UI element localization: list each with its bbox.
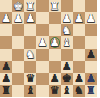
square-b6[interactable] bbox=[73, 61, 85, 73]
square-d6[interactable] bbox=[49, 61, 61, 73]
square-b5[interactable] bbox=[73, 49, 85, 61]
square-g6[interactable] bbox=[12, 61, 24, 73]
square-b3[interactable] bbox=[73, 24, 85, 36]
square-f3[interactable] bbox=[24, 24, 36, 36]
piece-black-pawn[interactable]: ♟ bbox=[50, 73, 60, 84]
square-f6[interactable] bbox=[24, 61, 36, 73]
piece-black-rook[interactable]: ♜ bbox=[86, 85, 96, 96]
square-d7[interactable]: ♟ bbox=[49, 73, 61, 85]
square-d2[interactable] bbox=[49, 12, 61, 24]
square-b2[interactable]: ♟ bbox=[73, 12, 85, 24]
square-c4[interactable]: ♝ bbox=[61, 36, 73, 48]
square-f2[interactable]: ♟ bbox=[24, 12, 36, 24]
square-e8[interactable] bbox=[36, 85, 48, 97]
square-g3[interactable] bbox=[12, 24, 24, 36]
square-f8[interactable]: ♝ bbox=[24, 85, 36, 97]
square-c7[interactable]: ♚ bbox=[61, 73, 73, 85]
piece-black-pawn[interactable]: ♟ bbox=[1, 61, 11, 72]
square-c8[interactable]: ♝ bbox=[61, 85, 73, 97]
piece-black-pawn[interactable]: ♟ bbox=[62, 61, 72, 72]
piece-black-pawn[interactable]: ♟ bbox=[74, 73, 84, 84]
piece-white-knight[interactable]: ♞ bbox=[62, 25, 72, 36]
piece-white-rook[interactable]: ♜ bbox=[25, 1, 35, 12]
piece-white-pawn[interactable]: ♟ bbox=[38, 37, 48, 48]
square-e3[interactable] bbox=[36, 24, 48, 36]
square-h6[interactable]: ♟ bbox=[0, 61, 12, 73]
square-d5[interactable] bbox=[49, 49, 61, 61]
square-b1[interactable] bbox=[73, 0, 85, 12]
square-d1[interactable]: ♜ bbox=[49, 0, 61, 12]
piece-white-pawn[interactable]: ♟ bbox=[1, 13, 11, 24]
square-c1[interactable] bbox=[61, 0, 73, 12]
piece-black-knight[interactable]: ♞ bbox=[74, 85, 84, 96]
square-f7[interactable]: ♛ bbox=[24, 73, 36, 85]
square-h7[interactable]: ♟ bbox=[0, 73, 12, 85]
piece-white-pawn[interactable]: ♟ bbox=[13, 13, 23, 24]
square-h3[interactable] bbox=[0, 24, 12, 36]
square-b8[interactable]: ♞ bbox=[73, 85, 85, 97]
piece-black-rook[interactable]: ♜ bbox=[1, 85, 11, 96]
square-e2[interactable] bbox=[36, 12, 48, 24]
square-g5[interactable] bbox=[12, 49, 24, 61]
piece-black-pawn[interactable]: ♟ bbox=[86, 49, 96, 60]
piece-white-knight[interactable]: ♞ bbox=[25, 49, 35, 60]
piece-black-king[interactable]: ♚ bbox=[62, 73, 72, 84]
square-e5[interactable] bbox=[36, 49, 48, 61]
square-h4[interactable] bbox=[0, 36, 12, 48]
square-c2[interactable]: ♟ bbox=[61, 12, 73, 24]
square-g7[interactable] bbox=[12, 73, 24, 85]
square-f5[interactable]: ♞ bbox=[24, 49, 36, 61]
piece-white-pawn[interactable]: ♟ bbox=[74, 13, 84, 24]
square-g2[interactable]: ♟ bbox=[12, 12, 24, 24]
square-d4[interactable]: ♟ bbox=[49, 36, 61, 48]
square-e4[interactable]: ♟ bbox=[36, 36, 48, 48]
square-h5[interactable] bbox=[0, 49, 12, 61]
piece-black-bishop[interactable]: ♝ bbox=[62, 85, 72, 96]
piece-black-pawn[interactable]: ♟ bbox=[1, 73, 11, 84]
square-f1[interactable]: ♜ bbox=[24, 0, 36, 12]
piece-black-bishop[interactable]: ♝ bbox=[25, 85, 35, 96]
piece-white-rook[interactable]: ♜ bbox=[50, 1, 60, 12]
square-f4[interactable] bbox=[24, 36, 36, 48]
square-b7[interactable]: ♟ bbox=[73, 73, 85, 85]
square-d3[interactable] bbox=[49, 24, 61, 36]
chess-board: ♚♜♜♟♟♟♟♟♟♞♟♟♝♞♟♟♟♟♛♟♚♟♟♜♝♛♝♞♜ bbox=[0, 0, 97, 97]
square-h8[interactable]: ♜ bbox=[0, 85, 12, 97]
square-h1[interactable] bbox=[0, 0, 12, 12]
square-a4[interactable] bbox=[85, 36, 97, 48]
square-a1[interactable] bbox=[85, 0, 97, 12]
piece-white-bishop[interactable]: ♝ bbox=[62, 37, 72, 48]
square-c6[interactable]: ♟ bbox=[61, 61, 73, 73]
piece-black-queen[interactable]: ♛ bbox=[25, 73, 35, 84]
square-c3[interactable]: ♞ bbox=[61, 24, 73, 36]
square-a3[interactable] bbox=[85, 24, 97, 36]
square-e7[interactable] bbox=[36, 73, 48, 85]
square-a6[interactable] bbox=[85, 61, 97, 73]
square-b4[interactable] bbox=[73, 36, 85, 48]
square-e1[interactable] bbox=[36, 0, 48, 12]
square-a7[interactable]: ♟ bbox=[85, 73, 97, 85]
square-g8[interactable] bbox=[12, 85, 24, 97]
square-d8[interactable]: ♛ bbox=[49, 85, 61, 97]
piece-white-pawn[interactable]: ♟ bbox=[25, 13, 35, 24]
piece-black-pawn[interactable]: ♟ bbox=[86, 73, 96, 84]
piece-white-king[interactable]: ♚ bbox=[13, 1, 23, 12]
square-g1[interactable]: ♚ bbox=[12, 0, 24, 12]
square-c5[interactable] bbox=[61, 49, 73, 61]
square-e6[interactable] bbox=[36, 61, 48, 73]
square-g4[interactable] bbox=[12, 36, 24, 48]
piece-white-pawn[interactable]: ♟ bbox=[62, 13, 72, 24]
piece-black-queen[interactable]: ♛ bbox=[50, 85, 60, 96]
square-a2[interactable]: ♟ bbox=[85, 12, 97, 24]
piece-white-pawn[interactable]: ♟ bbox=[50, 37, 60, 48]
square-a5[interactable]: ♟ bbox=[85, 49, 97, 61]
square-h2[interactable]: ♟ bbox=[0, 12, 12, 24]
square-a8[interactable]: ♜ bbox=[85, 85, 97, 97]
piece-white-pawn[interactable]: ♟ bbox=[86, 13, 96, 24]
